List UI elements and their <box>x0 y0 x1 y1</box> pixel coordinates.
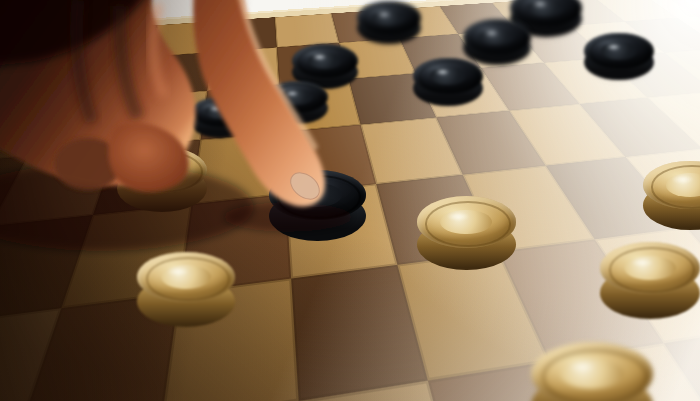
checkers-photo-scene <box>0 0 700 401</box>
finger-cast-shadow <box>224 202 352 232</box>
hand-overlay <box>0 0 700 401</box>
